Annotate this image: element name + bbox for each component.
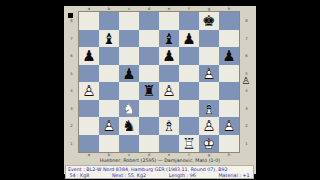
- players-text: Huebner, Robert (2595) — Damjanovic, Mat…: [64, 158, 256, 163]
- square-a7[interactable]: [79, 30, 99, 48]
- square-a3[interactable]: [79, 100, 99, 118]
- last-move-label: 54 : Kg8: [69, 173, 89, 178]
- coord-label-3: 3: [243, 103, 250, 113]
- coord-label-8: 8: [243, 16, 250, 26]
- piece-wP: ♟♙: [219, 117, 239, 135]
- coord-label-6: 6: [68, 51, 75, 61]
- coord-label-f: f: [184, 7, 195, 10]
- piece-bB: ♝: [159, 30, 179, 48]
- material-white-pawn-icon: ♙: [239, 75, 253, 87]
- piece-wP: ♟♙: [79, 82, 99, 100]
- square-a4[interactable]: ♟♙: [79, 82, 99, 100]
- square-e1[interactable]: [159, 135, 179, 153]
- square-f7[interactable]: ♟: [179, 30, 199, 48]
- coord-label-4: 4: [68, 86, 75, 96]
- coord-label-7: 7: [68, 33, 75, 43]
- square-c5[interactable]: ♟: [119, 65, 139, 83]
- square-d6[interactable]: [139, 47, 159, 65]
- square-d5[interactable]: [139, 65, 159, 83]
- square-h7[interactable]: [219, 30, 239, 48]
- coord-label-b: b: [104, 153, 115, 156]
- square-d8[interactable]: [139, 12, 159, 30]
- square-e6[interactable]: ♟: [159, 47, 179, 65]
- coord-label-7: 7: [243, 33, 250, 43]
- piece-bN: ♞: [119, 117, 139, 135]
- square-b7[interactable]: ♝: [99, 30, 119, 48]
- square-b5[interactable]: [99, 65, 119, 83]
- square-a8[interactable]: [79, 12, 99, 30]
- square-h6[interactable]: ♟: [219, 47, 239, 65]
- square-a5[interactable]: [79, 65, 99, 83]
- event-caption: Event : BL2-W Nord 8384, Hamburg GER (19…: [68, 167, 255, 172]
- square-e4[interactable]: ♟♙: [159, 82, 179, 100]
- square-g7[interactable]: [199, 30, 219, 48]
- square-g2[interactable]: ♟♙: [199, 117, 219, 135]
- square-b4[interactable]: [99, 82, 119, 100]
- piece-wR: ♜♖: [179, 135, 199, 153]
- square-b2[interactable]: ♟♙: [99, 117, 119, 135]
- square-c1[interactable]: [119, 135, 139, 153]
- square-e8[interactable]: [159, 12, 179, 30]
- piece-wP: ♟♙: [199, 117, 219, 135]
- coord-label-1: 1: [68, 138, 75, 148]
- square-c7[interactable]: [119, 30, 139, 48]
- piece-bP: ♟: [119, 65, 139, 83]
- square-d4[interactable]: ♜: [139, 82, 159, 100]
- square-g8[interactable]: ♚: [199, 12, 219, 30]
- square-f8[interactable]: [179, 12, 199, 30]
- next-move-label: Next : 55. Kg2: [112, 173, 146, 178]
- square-d1[interactable]: [139, 135, 159, 153]
- square-b6[interactable]: [99, 47, 119, 65]
- players-caption: Huebner, Robert (2595) — Damjanovic, Mat…: [64, 158, 256, 165]
- coord-label-a: a: [84, 7, 95, 10]
- square-h2[interactable]: ♟♙: [219, 117, 239, 135]
- square-f6[interactable]: [179, 47, 199, 65]
- square-c4[interactable]: [119, 82, 139, 100]
- square-a6[interactable]: ♟: [79, 47, 99, 65]
- square-f4[interactable]: [179, 82, 199, 100]
- coord-label-5: 5: [68, 68, 75, 78]
- caption-box: Event : BL2-W Nord 8384, Hamburg GER (19…: [65, 165, 254, 179]
- coord-label-3: 3: [68, 103, 75, 113]
- square-g3[interactable]: ♝♗: [199, 100, 219, 118]
- piece-wP: ♟♙: [99, 117, 119, 135]
- square-g6[interactable]: [199, 47, 219, 65]
- square-b8[interactable]: [99, 12, 119, 30]
- piece-bP: ♟: [219, 47, 239, 65]
- coord-label-2: 2: [68, 121, 75, 131]
- square-c2[interactable]: ♞: [119, 117, 139, 135]
- square-c3[interactable]: ♞♘: [119, 100, 139, 118]
- square-a1[interactable]: [79, 135, 99, 153]
- square-c8[interactable]: [119, 12, 139, 30]
- coord-label-2: 2: [243, 121, 250, 131]
- piece-wP: ♟♙: [159, 82, 179, 100]
- coord-label-c: c: [124, 7, 135, 10]
- status-caption: 54 : Kg8 Next : 55. Kg2 Length : 96 Mate…: [66, 173, 253, 178]
- square-e7[interactable]: ♝: [159, 30, 179, 48]
- piece-wN: ♞♘: [119, 100, 139, 118]
- square-b3[interactable]: [99, 100, 119, 118]
- material-balance-label: Material : +1: [219, 173, 250, 178]
- side-to-move-indicator: [68, 13, 73, 18]
- piece-bR: ♜: [139, 82, 159, 100]
- square-e5[interactable]: [159, 65, 179, 83]
- coord-label-4: 4: [243, 86, 250, 96]
- square-g5[interactable]: ♟♙: [199, 65, 219, 83]
- coord-label-a: a: [84, 153, 95, 156]
- chess-board[interactable]: ♚♝♝♟♟♟♟♟♟♙♟♙♜♟♙♞♘♝♗♟♙♞♝♗♟♙♟♙♜♖♚♔: [79, 12, 239, 152]
- coord-label-d: d: [144, 153, 155, 156]
- coord-label-h: h: [224, 153, 235, 156]
- square-h1[interactable]: [219, 135, 239, 153]
- square-b1[interactable]: [99, 135, 119, 153]
- piece-bP: ♟: [79, 47, 99, 65]
- coord-label-b: b: [104, 7, 115, 10]
- square-h8[interactable]: [219, 12, 239, 30]
- coord-label-h: h: [224, 7, 235, 10]
- square-e2[interactable]: ♝♗: [159, 117, 179, 135]
- piece-wB: ♝♗: [199, 100, 219, 118]
- square-g1[interactable]: ♚♔: [199, 135, 219, 153]
- piece-wB: ♝♗: [159, 117, 179, 135]
- square-d3[interactable]: [139, 100, 159, 118]
- game-length-label: Length : 96: [169, 173, 196, 178]
- square-d2[interactable]: [139, 117, 159, 135]
- chess-gui: abcdefgh 87654321 ♚♝♝♟♟♟♟♟♟♙♟♙♜♟♙♞♘♝♗♟♙♞…: [64, 6, 256, 174]
- square-f5[interactable]: [179, 65, 199, 83]
- coord-label-g: g: [204, 153, 215, 156]
- coord-label-f: f: [184, 153, 195, 156]
- video-frame: abcdefgh 87654321 ♚♝♝♟♟♟♟♟♟♙♟♙♜♟♙♞♘♝♗♟♙♞…: [0, 0, 320, 180]
- piece-bK: ♚: [199, 12, 219, 30]
- square-h5[interactable]: [219, 65, 239, 83]
- square-e3[interactable]: [159, 100, 179, 118]
- piece-wK: ♚♔: [199, 135, 219, 153]
- square-g4[interactable]: [199, 82, 219, 100]
- coord-label-1: 1: [243, 138, 250, 148]
- coord-label-e: e: [164, 153, 175, 156]
- square-a2[interactable]: [79, 117, 99, 135]
- coord-label-6: 6: [243, 51, 250, 61]
- piece-wP: ♟♙: [199, 65, 219, 83]
- square-c6[interactable]: [119, 47, 139, 65]
- square-f1[interactable]: ♜♖: [179, 135, 199, 153]
- coord-label-d: d: [144, 7, 155, 10]
- coord-label-e: e: [164, 7, 175, 10]
- square-h3[interactable]: [219, 100, 239, 118]
- coord-label-g: g: [204, 7, 215, 10]
- square-f2[interactable]: [179, 117, 199, 135]
- square-h4[interactable]: [219, 82, 239, 100]
- rank-labels-left: 87654321: [65, 12, 78, 152]
- piece-bP: ♟: [179, 30, 199, 48]
- square-d7[interactable]: [139, 30, 159, 48]
- square-f3[interactable]: [179, 100, 199, 118]
- coord-label-c: c: [124, 153, 135, 156]
- piece-bB: ♝: [99, 30, 119, 48]
- piece-bP: ♟: [159, 47, 179, 65]
